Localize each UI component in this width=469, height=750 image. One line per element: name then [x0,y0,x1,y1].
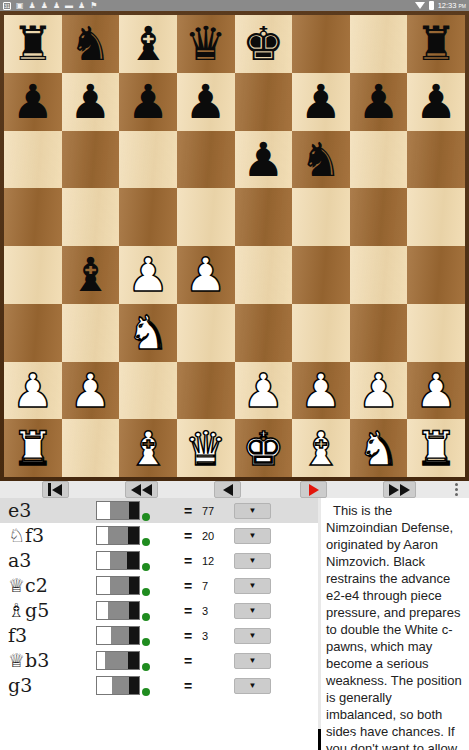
move-dropdown-button[interactable]: ▼ [234,678,271,694]
games-count: 3 [202,630,232,642]
square-h3[interactable] [407,304,465,362]
square-a3[interactable] [4,304,62,362]
evaluation-symbol: = [184,553,198,569]
piece-black-knight: ♞ [69,20,111,67]
square-d7[interactable]: ♟ [177,73,235,131]
piece-black-queen: ♛ [185,20,227,67]
white-wins-segment [97,677,112,694]
candidate-move-list: e3=77▼♘f3=20▼a3=12▼♕c2=7▼♗g5=3▼f3=3▼♕b3=… [0,498,318,750]
home-icon[interactable]: ○ [112,733,123,746]
draws-segment [110,552,128,569]
win-draw-loss-bar [96,576,140,595]
square-b2[interactable]: ♟ [62,362,120,420]
evaluation-symbol: = [184,628,198,644]
win-draw-loss-bar [96,551,140,570]
piece-black-pawn: ♟ [127,78,169,125]
win-draw-loss-bar [96,526,140,545]
games-count: 77 [202,505,232,517]
games-count: 12 [202,555,232,567]
square-e2[interactable]: ♟ [235,362,293,420]
move-label: ♘f3 [0,526,96,545]
move-row-f3[interactable]: f3=3▼ [0,623,318,648]
gallery-icon: ▣ [16,2,24,10]
games-count: 7 [202,580,232,592]
piece-black-pawn: ♟ [357,78,399,125]
move-label: g3 [0,676,96,695]
piece-white-pawn: ♟ [415,367,457,414]
evaluation-symbol: = [184,503,198,519]
square-h8[interactable]: ♜ [407,15,465,73]
piece-white-pawn: ♟ [185,251,227,298]
first-move-button[interactable] [42,481,69,498]
piece-black-bishop: ♝ [127,20,169,67]
square-a5[interactable] [4,188,62,246]
piece-white-knight: ♞ [357,425,399,472]
square-g1[interactable]: ♞ [350,419,408,477]
chess-piece-icon: ♟ [29,2,36,10]
piece-white-king: ♚ [242,425,284,472]
draws-segment [110,502,130,519]
white-wins-segment [97,652,105,669]
evaluation-symbol: = [184,603,198,619]
square-d4[interactable]: ♟ [177,246,235,304]
square-c3[interactable]: ♞ [119,304,177,362]
square-g4[interactable] [350,246,408,304]
piece-white-knight: ♞ [127,309,169,356]
evaluation-symbol: = [184,678,198,694]
back-icon[interactable]: ◁ [34,733,44,746]
win-draw-loss-bar [96,676,140,695]
move-row-a3[interactable]: a3=12▼ [0,548,318,573]
piece-white-pawn: ♟ [69,367,111,414]
move-row-g5[interactable]: ♗g5=3▼ [0,598,318,623]
move-label: a3 [0,551,96,570]
win-draw-loss-bar [96,601,140,620]
win-draw-loss-bar [96,626,140,645]
move-row-c2[interactable]: ♕c2=7▼ [0,573,318,598]
square-h2[interactable]: ♟ [407,362,465,420]
win-draw-loss-bar [96,651,140,670]
square-c1[interactable]: ♝ [119,419,177,477]
flag-icon: ⚑ [90,2,97,10]
analysis-panel: e3=77▼♘f3=20▼a3=12▼♕c2=7▼♗g5=3▼f3=3▼♕b3=… [0,481,469,729]
move-label: e3 [0,501,96,520]
black-wins-segment [129,677,139,694]
square-c7[interactable]: ♟ [119,73,177,131]
draws-segment [108,602,129,619]
square-a7[interactable]: ♟ [4,73,62,131]
piece-black-pawn: ♟ [12,78,54,125]
evaluation-symbol: = [184,528,198,544]
piece-white-bishop: ♝ [127,425,169,472]
move-row-b3[interactable]: ♕b3=▼ [0,648,318,673]
piece-white-pawn: ♟ [12,367,54,414]
pawn-icon: ♟ [53,2,60,10]
board-frame: ♜♞♝♛♚♜♟♟♟♟♟♟♟♟♞♝♟♟♞♟♟♟♟♟♟♜♝♛♚♝♞♜ [0,11,469,481]
piece-white-pawn: ♟ [242,367,284,414]
move-dropdown-button[interactable]: ▼ [234,628,271,644]
move-row-g3[interactable]: g3=▼ [0,673,318,698]
square-h5[interactable] [407,188,465,246]
move-dropdown-button[interactable]: ▼ [234,503,271,519]
trained-dot-icon [142,663,150,671]
square-a1[interactable]: ♜ [4,419,62,477]
square-d6[interactable] [177,131,235,189]
square-f8[interactable] [292,15,350,73]
draws-segment [105,652,128,669]
overflow-menu-button[interactable] [443,481,469,498]
square-d3[interactable] [177,304,235,362]
square-g5[interactable] [350,188,408,246]
piece-white-bishop: ♝ [300,425,342,472]
square-h1[interactable]: ♜ [407,419,465,477]
white-wins-segment [97,552,110,569]
square-c6[interactable] [119,131,177,189]
move-dropdown-button[interactable]: ▼ [234,603,271,619]
trained-dot-icon [142,538,150,546]
opening-description-text: This is the Nimzoindian Defense, origina… [326,502,465,750]
move-dropdown-button[interactable]: ▼ [234,578,271,594]
black-wins-segment [129,577,139,594]
square-a8[interactable]: ♜ [4,15,62,73]
square-b8[interactable]: ♞ [62,15,120,73]
status-time: 12:33 PM [438,1,466,10]
rewind-button[interactable] [125,481,158,498]
black-wins-segment [127,552,139,569]
trained-dot-icon [142,563,150,571]
win-draw-loss-bar [96,501,140,520]
volume-up-icon[interactable] [417,733,442,746]
piece-black-bishop: ♝ [69,251,111,298]
piece-black-rook: ♜ [415,20,457,67]
move-navigation-bar [0,481,469,498]
square-d2[interactable] [177,362,235,420]
piece-black-pawn: ♟ [242,136,284,183]
black-wins-segment [129,602,139,619]
square-d1[interactable]: ♛ [177,419,235,477]
square-g8[interactable] [350,15,408,73]
square-g2[interactable]: ♟ [350,362,408,420]
fast-forward-button[interactable] [383,481,416,498]
square-c5[interactable] [119,188,177,246]
move-label: ♗g5 [0,601,96,620]
card-icon: ▬ [65,2,73,10]
square-e3[interactable] [235,304,293,362]
pawn-icon: ♟ [41,2,48,10]
volume-down-icon[interactable] [344,734,360,745]
piece-black-pawn: ♟ [185,78,227,125]
move-dropdown-button[interactable]: ▼ [234,528,271,544]
back-button[interactable] [214,481,241,498]
move-label: f3 [0,626,96,645]
recents-icon[interactable]: □ [189,733,201,746]
draws-segment [111,627,129,644]
piece-white-pawn: ♟ [300,367,342,414]
piece-white-rook: ♜ [415,425,457,472]
square-f2[interactable]: ♟ [292,362,350,420]
play-button[interactable] [300,481,327,498]
screenshot-icon[interactable] [267,735,281,745]
evaluation-symbol: = [184,653,198,669]
square-e8[interactable]: ♚ [235,15,293,73]
square-b6[interactable] [62,131,120,189]
square-e7[interactable] [235,73,293,131]
games-count: 20 [202,530,232,542]
black-wins-segment [128,527,139,544]
white-wins-segment [97,502,110,519]
white-wins-segment [97,627,111,644]
move-label: ♕b3 [0,651,96,670]
opening-description-panel: This is the Nimzoindian Defense, origina… [321,498,469,750]
piece-black-knight: ♞ [300,136,342,183]
square-f4[interactable] [292,246,350,304]
square-e6[interactable]: ♟ [235,131,293,189]
square-a6[interactable] [4,131,62,189]
white-wins-segment [97,577,110,594]
piece-black-pawn: ♟ [300,78,342,125]
status-left-icons: 31 ▣ ♟ ♟ ♟ ▬ ♟ ⚑ [3,2,415,10]
status-bar: 31 ▣ ♟ ♟ ♟ ▬ ♟ ⚑ 12:33 PM [0,0,469,11]
square-a4[interactable] [4,246,62,304]
white-wins-segment [97,602,108,619]
square-f5[interactable] [292,188,350,246]
square-f1[interactable]: ♝ [292,419,350,477]
square-b7[interactable]: ♟ [62,73,120,131]
square-c8[interactable]: ♝ [119,15,177,73]
draws-segment [108,527,128,544]
square-g7[interactable]: ♟ [350,73,408,131]
draws-segment [112,677,129,694]
square-e4[interactable] [235,246,293,304]
piece-black-pawn: ♟ [415,78,457,125]
trained-dot-icon [142,688,150,696]
square-g6[interactable] [350,131,408,189]
wifi-icon [415,2,425,9]
status-right-icons: 12:33 PM [415,1,466,10]
piece-black-king: ♚ [242,20,284,67]
black-wins-segment [129,502,139,519]
piece-black-pawn: ♟ [69,78,111,125]
square-b4[interactable]: ♝ [62,246,120,304]
calendar-icon: 31 [3,2,11,10]
square-h4[interactable] [407,246,465,304]
square-c4[interactable]: ♟ [119,246,177,304]
move-dropdown-button[interactable]: ▼ [234,553,271,569]
move-label: ♕c2 [0,576,96,595]
square-f3[interactable] [292,304,350,362]
square-g3[interactable] [350,304,408,362]
black-wins-segment [129,627,139,644]
square-d8[interactable]: ♛ [177,15,235,73]
piece-white-pawn: ♟ [357,367,399,414]
square-b3[interactable] [62,304,120,362]
square-b1[interactable] [62,419,120,477]
trained-dot-icon [142,613,150,621]
square-c2[interactable] [119,362,177,420]
move-row-f3[interactable]: ♘f3=20▼ [0,523,318,548]
piece-black-rook: ♜ [12,20,54,67]
piece-white-rook: ♜ [12,425,54,472]
square-b5[interactable] [62,188,120,246]
square-a2[interactable]: ♟ [4,362,62,420]
piece-white-pawn: ♟ [127,251,169,298]
piece-white-queen: ♛ [185,425,227,472]
chess-board: ♜♞♝♛♚♜♟♟♟♟♟♟♟♟♞♝♟♟♞♟♟♟♟♟♟♜♝♛♚♝♞♜ [4,15,465,477]
square-h7[interactable]: ♟ [407,73,465,131]
move-dropdown-button[interactable]: ▼ [234,653,271,669]
move-row-e3[interactable]: e3=77▼ [0,498,318,523]
black-wins-segment [128,652,139,669]
square-d5[interactable] [177,188,235,246]
draws-segment [110,577,129,594]
evaluation-symbol: = [184,578,198,594]
chess-piece-icon: ♟ [78,2,85,10]
square-e1[interactable]: ♚ [235,419,293,477]
trained-dot-icon [142,588,150,596]
square-f6[interactable]: ♞ [292,131,350,189]
white-wins-segment [97,527,108,544]
square-h6[interactable] [407,131,465,189]
square-e5[interactable] [235,188,293,246]
trained-dot-icon [142,638,150,646]
square-f7[interactable]: ♟ [292,73,350,131]
battery-icon [429,1,434,10]
games-count: 3 [202,605,232,617]
trained-dot-icon [142,513,150,521]
